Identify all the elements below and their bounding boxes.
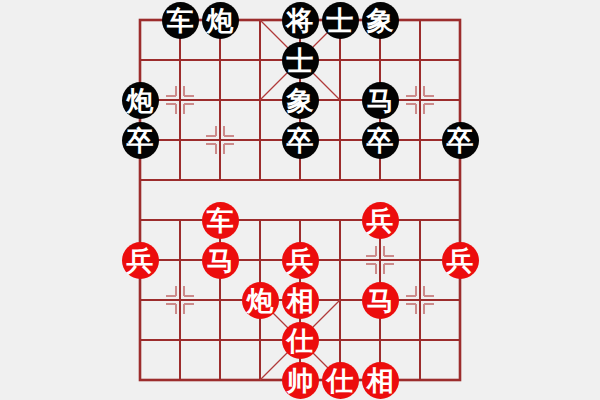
- piece-red-A[interactable]: 仕: [322, 362, 359, 399]
- piece-black-a[interactable]: 士: [322, 2, 359, 39]
- piece-black-r[interactable]: 车: [162, 2, 199, 39]
- piece-red-B[interactable]: 相: [282, 282, 319, 319]
- piece-red-P[interactable]: 兵: [442, 242, 479, 279]
- piece-red-P[interactable]: 兵: [362, 202, 399, 239]
- piece-red-N[interactable]: 马: [362, 282, 399, 319]
- piece-black-n[interactable]: 马: [362, 82, 399, 119]
- piece-red-C[interactable]: 炮: [242, 282, 279, 319]
- piece-red-N[interactable]: 马: [202, 242, 239, 279]
- piece-black-c[interactable]: 炮: [202, 2, 239, 39]
- xiangqi-board[interactable]: 车炮将士象士炮象马卒卒卒卒车兵兵马兵兵炮相马仕帅仕相: [0, 0, 600, 400]
- piece-red-P[interactable]: 兵: [282, 242, 319, 279]
- piece-black-p[interactable]: 卒: [362, 122, 399, 159]
- piece-black-k[interactable]: 将: [282, 2, 319, 39]
- piece-black-b[interactable]: 象: [282, 82, 319, 119]
- piece-black-p[interactable]: 卒: [442, 122, 479, 159]
- piece-black-a[interactable]: 士: [282, 42, 319, 79]
- piece-black-p[interactable]: 卒: [282, 122, 319, 159]
- piece-red-R[interactable]: 车: [202, 202, 239, 239]
- piece-black-b[interactable]: 象: [362, 2, 399, 39]
- piece-black-c[interactable]: 炮: [122, 82, 159, 119]
- piece-red-B[interactable]: 相: [362, 362, 399, 399]
- piece-red-A[interactable]: 仕: [282, 322, 319, 359]
- piece-red-P[interactable]: 兵: [122, 242, 159, 279]
- piece-black-p[interactable]: 卒: [122, 122, 159, 159]
- piece-red-K[interactable]: 帅: [282, 362, 319, 399]
